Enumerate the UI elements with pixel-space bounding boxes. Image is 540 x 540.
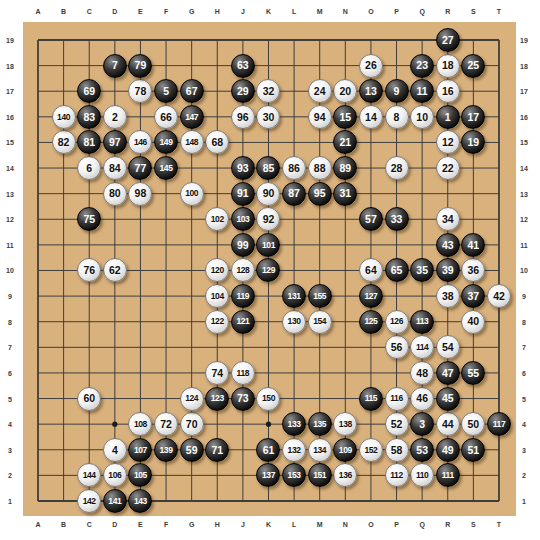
black-stone-151-M2: 151 [308,463,332,487]
white-stone-22-R14: 22 [436,156,460,180]
move-number: 139 [160,446,173,455]
col-label-top-L: L [292,8,296,15]
move-number: 119 [237,292,250,301]
move-number: 135 [313,420,326,429]
move-number: 9 [394,86,400,97]
move-number: 62 [109,265,121,276]
move-number: 109 [339,446,352,455]
move-number: 16 [442,86,454,97]
move-number: 27 [442,35,454,46]
row-label-left-7: 7 [8,344,12,351]
white-stone-48-Q6: 48 [410,361,434,385]
white-stone-34-R12: 34 [436,207,460,231]
move-number: 35 [416,265,428,276]
col-label-top-N: N [343,8,348,15]
move-number: 111 [442,471,454,480]
col-label-bottom-A: A [35,521,40,528]
white-stone-72-F4: 72 [154,412,178,436]
move-number: 90 [263,188,275,199]
black-stone-121-J8: 121 [231,310,255,334]
move-number: 88 [314,163,326,174]
col-label-top-D: D [112,8,117,15]
black-stone-87-L13: 87 [282,182,306,206]
col-label-top-H: H [215,8,220,15]
move-number: 95 [314,188,326,199]
move-number: 118 [237,369,250,378]
black-stone-79-E18: 79 [128,54,152,78]
col-label-bottom-M: M [317,521,323,528]
row-label-right-17: 17 [520,88,528,95]
row-label-left-14: 14 [6,165,14,172]
go-board[interactable]: 1234567891011121314151617181920212223242… [23,22,516,516]
col-label-top-F: F [164,8,168,15]
move-number: 116 [390,394,403,403]
row-label-right-7: 7 [522,344,526,351]
move-number: 61 [263,445,275,456]
white-stone-98-E13: 98 [128,182,152,206]
white-stone-4-D3: 4 [103,438,127,462]
move-number: 42 [493,291,505,302]
row-label-left-2: 2 [8,472,12,479]
move-number: 149 [160,138,173,147]
black-stone-15-N16: 15 [333,105,357,129]
white-stone-8-P16: 8 [385,105,409,129]
white-stone-112-P2: 112 [385,463,409,487]
col-label-bottom-D: D [112,521,117,528]
white-stone-60-C5: 60 [77,387,101,411]
black-stone-1-R16: 1 [436,105,460,129]
move-number: 55 [468,368,480,379]
move-number: 133 [288,420,301,429]
col-label-bottom-P: P [394,521,399,528]
move-number: 113 [416,317,429,326]
black-stone-99-J11: 99 [231,233,255,257]
white-stone-122-H8: 122 [205,310,229,334]
white-stone-14-O16: 14 [359,105,383,129]
row-label-right-4: 4 [522,421,526,428]
move-number: 126 [390,317,403,326]
white-stone-70-G4: 70 [180,412,204,436]
row-label-right-13: 13 [520,190,528,197]
white-stone-66-F16: 66 [154,105,178,129]
col-label-top-C: C [87,8,92,15]
col-label-top-T: T [497,8,501,15]
move-number: 12 [442,137,454,148]
move-number: 120 [211,266,224,275]
move-number: 58 [391,445,403,456]
black-stone-145-F14: 145 [154,156,178,180]
move-number: 137 [262,471,275,480]
col-label-bottom-R: R [445,521,450,528]
col-label-bottom-G: G [189,521,194,528]
white-stone-124-G5: 124 [180,387,204,411]
move-number: 68 [211,137,223,148]
white-stone-116-P5: 116 [385,387,409,411]
move-number: 57 [365,214,377,225]
white-stone-38-R9: 38 [436,284,460,308]
move-number: 10 [416,112,428,123]
row-label-left-5: 5 [8,395,12,402]
move-number: 105 [134,471,147,480]
move-number: 70 [186,419,198,430]
white-stone-10-Q16: 10 [410,105,434,129]
move-number: 2 [112,112,118,123]
move-number: 92 [263,214,275,225]
col-label-bottom-T: T [497,521,501,528]
move-number: 25 [468,60,480,71]
col-label-bottom-S: S [471,521,476,528]
move-number: 125 [364,317,377,326]
move-number: 136 [339,471,352,480]
row-label-left-3: 3 [8,446,12,453]
move-number: 23 [416,60,428,71]
move-number: 44 [442,419,454,430]
move-number: 4 [112,445,118,456]
move-number: 45 [442,393,454,404]
move-number: 63 [237,60,249,71]
black-stone-31-N13: 31 [333,182,357,206]
move-number: 142 [83,497,96,506]
move-number: 141 [108,497,121,506]
row-label-right-5: 5 [522,395,526,402]
black-stone-83-C16: 83 [77,105,101,129]
row-label-left-8: 8 [8,318,12,325]
move-number: 103 [236,215,249,224]
col-label-bottom-B: B [61,521,66,528]
move-number: 71 [211,445,223,456]
black-stone-65-P10: 65 [385,258,409,282]
col-label-top-S: S [471,8,476,15]
move-number: 148 [185,138,198,147]
row-label-right-19: 19 [520,37,528,44]
move-number: 46 [416,393,428,404]
move-number: 115 [365,394,378,403]
row-label-right-18: 18 [520,62,528,69]
move-number: 47 [442,368,454,379]
move-number: 130 [288,317,301,326]
move-number: 69 [83,86,95,97]
white-stone-44-R4: 44 [436,412,460,436]
white-stone-52-P4: 52 [385,412,409,436]
move-number: 84 [109,163,121,174]
move-number: 29 [237,86,249,97]
white-stone-134-M3: 134 [308,438,332,462]
black-stone-43-R11: 43 [436,233,460,257]
black-stone-13-O17: 13 [359,79,383,103]
row-label-left-10: 10 [6,267,14,274]
move-number: 15 [339,112,351,123]
move-number: 123 [211,394,224,403]
white-stone-90-K13: 90 [256,182,280,206]
move-number: 60 [83,393,95,404]
white-stone-118-J6: 118 [231,361,255,385]
move-number: 48 [416,368,428,379]
move-number: 86 [288,163,300,174]
col-label-bottom-E: E [138,521,143,528]
col-label-top-J: J [241,8,245,15]
row-label-left-13: 13 [6,190,14,197]
row-label-right-2: 2 [522,472,526,479]
move-number: 43 [442,240,454,251]
col-label-bottom-O: O [368,521,373,528]
move-number: 51 [468,445,480,456]
move-number: 22 [442,163,454,174]
black-stone-139-F3: 139 [154,438,178,462]
row-label-left-19: 19 [6,37,14,44]
move-number: 110 [416,471,429,480]
col-label-bottom-N: N [343,521,348,528]
move-number: 106 [108,471,121,480]
move-number: 41 [468,240,480,251]
col-label-top-M: M [317,8,323,15]
black-stone-27-R19: 27 [436,28,460,52]
move-number: 147 [185,113,198,122]
white-stone-86-L14: 86 [282,156,306,180]
move-number: 30 [263,112,275,123]
move-number: 128 [236,266,249,275]
move-number: 59 [186,445,198,456]
move-number: 24 [314,86,326,97]
move-number: 144 [83,471,96,480]
black-stone-53-Q3: 53 [410,438,434,462]
col-label-bottom-L: L [292,521,296,528]
black-stone-95-M13: 95 [308,182,332,206]
move-number: 154 [313,317,326,326]
move-number: 112 [390,471,403,480]
move-number: 96 [237,112,249,123]
black-stone-127-O9: 127 [359,284,383,308]
move-number: 11 [417,86,428,97]
row-label-left-16: 16 [6,113,14,120]
white-stone-150-K5: 150 [256,387,280,411]
black-stone-59-G3: 59 [180,438,204,462]
black-stone-63-J18: 63 [231,54,255,78]
move-number: 75 [83,214,95,225]
col-label-top-P: P [394,8,399,15]
move-number: 151 [313,471,326,480]
move-number: 138 [339,420,352,429]
move-number: 104 [211,292,224,301]
move-number: 143 [134,497,147,506]
move-number: 107 [134,446,147,455]
black-stone-115-O5: 115 [359,387,383,411]
white-stone-46-Q5: 46 [410,387,434,411]
move-number: 89 [339,163,351,174]
move-number: 87 [288,188,300,199]
row-label-left-15: 15 [6,139,14,146]
row-label-left-6: 6 [8,369,12,376]
black-stone-131-L9: 131 [282,284,306,308]
white-stone-148-G15: 148 [180,130,204,154]
white-stone-152-O3: 152 [359,438,383,462]
col-label-top-R: R [445,8,450,15]
black-stone-47-R6: 47 [436,361,460,385]
white-stone-96-J16: 96 [231,105,255,129]
black-stone-147-G16: 147 [180,105,204,129]
move-number: 33 [391,214,403,225]
white-stone-80-D13: 80 [103,182,127,206]
col-label-bottom-F: F [164,521,168,528]
black-stone-9-P17: 9 [385,79,409,103]
move-number: 91 [237,188,249,199]
move-number: 79 [135,60,147,71]
black-stone-93-J14: 93 [231,156,255,180]
white-stone-88-M14: 88 [308,156,332,180]
black-stone-141-D1: 141 [103,489,127,513]
black-stone-23-Q18: 23 [410,54,434,78]
white-stone-140-B16: 140 [52,105,76,129]
move-number: 38 [442,291,454,302]
white-stone-28-P14: 28 [385,156,409,180]
black-stone-29-J17: 29 [231,79,255,103]
col-label-top-G: G [189,8,194,15]
move-number: 1 [445,112,451,123]
move-number: 85 [263,163,275,174]
move-number: 83 [83,112,95,123]
white-stone-40-S8: 40 [461,310,485,334]
move-number: 17 [468,112,480,123]
black-stone-103-J12: 103 [231,207,255,231]
move-number: 13 [365,86,377,97]
row-label-right-15: 15 [520,139,528,146]
move-number: 122 [211,317,224,326]
col-label-bottom-H: H [215,521,220,528]
move-number: 3 [419,419,425,430]
move-number: 50 [468,419,480,430]
white-stone-126-P8: 126 [385,310,409,334]
move-number: 67 [186,86,198,97]
row-label-left-12: 12 [6,216,14,223]
move-number: 54 [442,342,454,353]
white-stone-2-D16: 2 [103,105,127,129]
move-number: 101 [262,241,275,250]
move-number: 140 [57,113,70,122]
white-stone-42-T9: 42 [487,284,511,308]
white-stone-154-M8: 154 [308,310,332,334]
white-stone-26-O18: 26 [359,54,383,78]
row-label-right-9: 9 [522,293,526,300]
move-number: 99 [237,240,249,251]
black-stone-109-N3: 109 [333,438,357,462]
move-number: 64 [365,265,377,276]
row-label-left-17: 17 [6,88,14,95]
black-stone-117-T4: 117 [487,412,511,436]
black-stone-155-M9: 155 [308,284,332,308]
white-stone-56-P7: 56 [385,335,409,359]
move-number: 124 [185,394,198,403]
move-number: 37 [468,291,480,302]
move-number: 76 [83,265,95,276]
move-number: 145 [160,164,173,173]
row-label-left-1: 1 [8,497,12,504]
row-label-left-18: 18 [6,62,14,69]
move-number: 93 [237,163,249,174]
move-number: 72 [160,419,172,430]
move-number: 108 [134,420,147,429]
col-label-top-B: B [61,8,66,15]
move-number: 28 [391,163,403,174]
move-number: 74 [211,368,223,379]
move-number: 49 [442,445,454,456]
move-number: 94 [314,112,326,123]
col-label-bottom-C: C [87,521,92,528]
row-label-left-4: 4 [8,421,12,428]
col-label-top-E: E [138,8,143,15]
move-number: 153 [288,471,301,480]
white-stone-58-P3: 58 [385,438,409,462]
black-stone-113-Q8: 113 [410,310,434,334]
white-stone-18-R18: 18 [436,54,460,78]
move-number: 97 [109,137,121,148]
row-label-right-10: 10 [520,267,528,274]
black-stone-49-R3: 49 [436,438,460,462]
black-stone-25-S18: 25 [461,54,485,78]
col-label-top-O: O [368,8,373,15]
move-number: 80 [109,188,121,199]
black-stone-119-J9: 119 [231,284,255,308]
move-number: 152 [364,446,377,455]
move-number: 32 [263,86,275,97]
row-label-right-16: 16 [520,113,528,120]
move-number: 14 [365,112,377,123]
move-number: 20 [339,86,351,97]
move-number: 34 [442,214,454,225]
row-label-right-11: 11 [520,241,527,248]
black-stone-123-H5: 123 [205,387,229,411]
move-number: 78 [135,86,147,97]
move-number: 5 [163,86,169,97]
row-label-right-14: 14 [520,165,528,172]
move-number: 132 [288,446,301,455]
move-number: 56 [391,342,403,353]
row-label-left-11: 11 [6,241,13,248]
move-number: 19 [468,137,480,148]
black-stone-125-O8: 125 [359,310,383,334]
move-number: 18 [442,60,454,71]
move-number: 31 [339,188,351,199]
black-stone-135-M4: 135 [308,412,332,436]
white-stone-82-B15: 82 [52,130,76,154]
white-stone-132-L3: 132 [282,438,306,462]
row-label-right-1: 1 [522,497,526,504]
move-number: 127 [364,292,377,301]
col-label-bottom-Q: Q [419,521,424,528]
move-number: 65 [391,265,403,276]
move-number: 134 [313,446,326,455]
col-label-bottom-K: K [266,521,271,528]
black-stone-33-P12: 33 [385,207,409,231]
move-number: 36 [468,265,480,276]
black-stone-67-G17: 67 [180,79,204,103]
move-number: 21 [339,137,351,148]
black-stone-45-R5: 45 [436,387,460,411]
row-label-right-12: 12 [520,216,528,223]
black-stone-91-J13: 91 [231,182,255,206]
white-stone-54-R7: 54 [436,335,460,359]
move-number: 73 [237,393,249,404]
move-number: 66 [160,112,172,123]
move-number: 26 [365,60,377,71]
white-stone-130-L8: 130 [282,310,306,334]
col-label-top-Q: Q [419,8,424,15]
black-stone-7-D18: 7 [103,54,127,78]
move-number: 129 [262,266,275,275]
move-number: 155 [313,292,326,301]
white-stone-94-M16: 94 [308,105,332,129]
black-stone-71-H3: 71 [205,438,229,462]
col-label-top-K: K [266,8,271,15]
go-game-diagram: AABBCCDDEEFFGGHHJJKKLLMMNNOOPPQQRRSSTT19… [0,0,540,540]
